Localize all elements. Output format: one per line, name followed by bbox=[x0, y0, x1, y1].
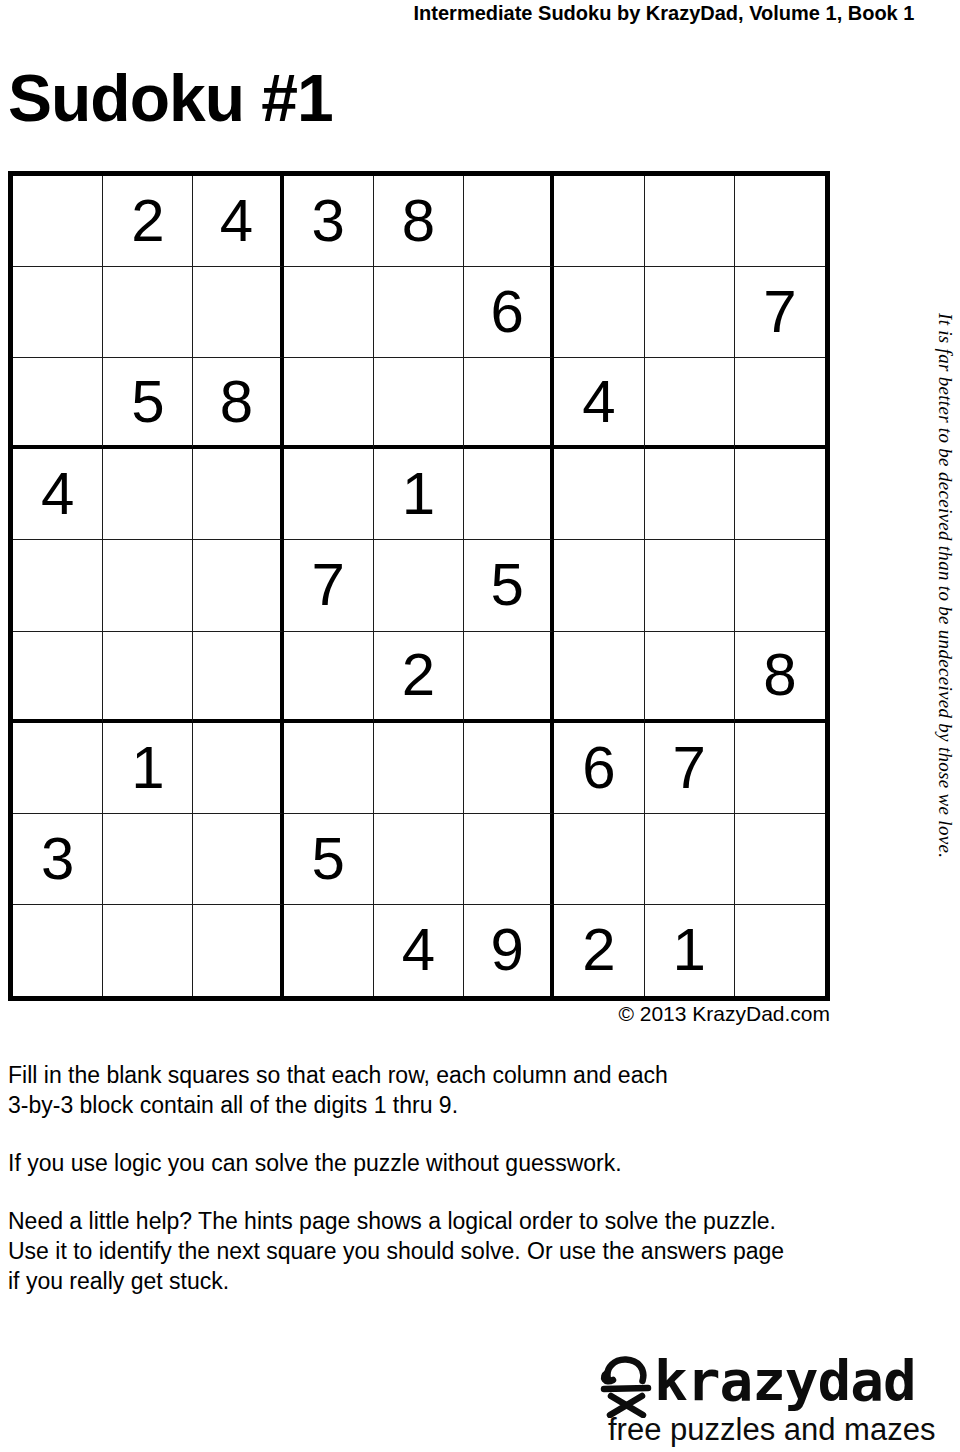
cell-r3c2: 5 bbox=[103, 358, 193, 449]
cell-r5c7[interactable] bbox=[554, 540, 644, 631]
krazydad-logo: krazydad free puzzles and mazes bbox=[598, 1348, 933, 1450]
logo-brand-text: krazydad bbox=[654, 1348, 916, 1414]
instructions-paragraph-logic: If you use logic you can solve the puzzl… bbox=[8, 1148, 908, 1178]
cell-r2c9: 7 bbox=[735, 267, 825, 358]
cell-r7c1[interactable] bbox=[13, 723, 103, 814]
cell-r1c6[interactable] bbox=[464, 176, 554, 267]
cell-r7c4[interactable] bbox=[284, 723, 374, 814]
sudoku-board: 243867584417528167354921 bbox=[8, 171, 830, 1001]
instruction-line: Need a little help? The hints page shows… bbox=[8, 1206, 908, 1236]
cell-r7c9[interactable] bbox=[735, 723, 825, 814]
cell-r3c7: 4 bbox=[554, 358, 644, 449]
cell-r4c3[interactable] bbox=[193, 449, 283, 540]
instructions-paragraph-rules: Fill in the blank squares so that each r… bbox=[8, 1060, 908, 1120]
cell-r6c9: 8 bbox=[735, 632, 825, 723]
cell-r6c6[interactable] bbox=[464, 632, 554, 723]
cell-r7c7: 6 bbox=[554, 723, 644, 814]
cell-r2c6: 6 bbox=[464, 267, 554, 358]
cell-r6c1[interactable] bbox=[13, 632, 103, 723]
cell-r5c3[interactable] bbox=[193, 540, 283, 631]
cell-r7c3[interactable] bbox=[193, 723, 283, 814]
instruction-line: if you really get stuck. bbox=[8, 1266, 908, 1296]
cell-r6c7[interactable] bbox=[554, 632, 644, 723]
cell-r9c8: 1 bbox=[645, 905, 735, 996]
cell-r1c2: 2 bbox=[103, 176, 193, 267]
cell-r2c7[interactable] bbox=[554, 267, 644, 358]
cell-r5c4: 7 bbox=[284, 540, 374, 631]
cell-r3c5[interactable] bbox=[374, 358, 464, 449]
cell-r1c9[interactable] bbox=[735, 176, 825, 267]
cell-r7c2: 1 bbox=[103, 723, 193, 814]
cell-r2c1[interactable] bbox=[13, 267, 103, 358]
cell-r9c7: 2 bbox=[554, 905, 644, 996]
copyright-text: © 2013 KrazyDad.com bbox=[8, 1002, 830, 1026]
cell-r5c5[interactable] bbox=[374, 540, 464, 631]
instructions-paragraph-help: Need a little help? The hints page shows… bbox=[8, 1206, 908, 1296]
cell-r1c7[interactable] bbox=[554, 176, 644, 267]
cell-r8c9[interactable] bbox=[735, 814, 825, 905]
quote-text: It is far better to be deceived than to … bbox=[930, 171, 956, 1001]
cell-r4c6[interactable] bbox=[464, 449, 554, 540]
cell-r9c1[interactable] bbox=[13, 905, 103, 996]
cell-r8c4: 5 bbox=[284, 814, 374, 905]
cell-r8c3[interactable] bbox=[193, 814, 283, 905]
cell-r9c4[interactable] bbox=[284, 905, 374, 996]
cell-r4c9[interactable] bbox=[735, 449, 825, 540]
cell-r8c5[interactable] bbox=[374, 814, 464, 905]
cell-r3c9[interactable] bbox=[735, 358, 825, 449]
cell-r4c5: 1 bbox=[374, 449, 464, 540]
cell-r9c3[interactable] bbox=[193, 905, 283, 996]
cell-r1c5: 8 bbox=[374, 176, 464, 267]
cell-r5c8[interactable] bbox=[645, 540, 735, 631]
cell-r6c2[interactable] bbox=[103, 632, 193, 723]
instructions: Fill in the blank squares so that each r… bbox=[8, 1060, 908, 1296]
cell-r3c8[interactable] bbox=[645, 358, 735, 449]
cell-r4c7[interactable] bbox=[554, 449, 644, 540]
edition-title: Intermediate Sudoku by KrazyDad, Volume … bbox=[400, 2, 928, 25]
cell-r9c9[interactable] bbox=[735, 905, 825, 996]
cell-r9c2[interactable] bbox=[103, 905, 193, 996]
cell-r6c4[interactable] bbox=[284, 632, 374, 723]
instruction-line: 3-by-3 block contain all of the digits 1… bbox=[8, 1090, 908, 1120]
cell-r3c3: 8 bbox=[193, 358, 283, 449]
cell-r2c5[interactable] bbox=[374, 267, 464, 358]
cell-r6c5: 2 bbox=[374, 632, 464, 723]
page-title: Sudoku #1 bbox=[8, 60, 333, 136]
cell-r8c1: 3 bbox=[13, 814, 103, 905]
cell-r2c4[interactable] bbox=[284, 267, 374, 358]
person-doodle-icon bbox=[598, 1356, 654, 1418]
cell-r5c2[interactable] bbox=[103, 540, 193, 631]
cell-r1c1[interactable] bbox=[13, 176, 103, 267]
cell-r9c6: 9 bbox=[464, 905, 554, 996]
cell-r5c9[interactable] bbox=[735, 540, 825, 631]
instruction-line: Fill in the blank squares so that each r… bbox=[8, 1060, 908, 1090]
cell-r8c8[interactable] bbox=[645, 814, 735, 905]
cell-r1c8[interactable] bbox=[645, 176, 735, 267]
cell-r3c4[interactable] bbox=[284, 358, 374, 449]
cell-r1c3: 4 bbox=[193, 176, 283, 267]
cell-r3c1[interactable] bbox=[13, 358, 103, 449]
instruction-line: If you use logic you can solve the puzzl… bbox=[8, 1148, 908, 1178]
cell-r9c5: 4 bbox=[374, 905, 464, 996]
cell-r6c3[interactable] bbox=[193, 632, 283, 723]
cell-r8c7[interactable] bbox=[554, 814, 644, 905]
cell-r7c8: 7 bbox=[645, 723, 735, 814]
page: Intermediate Sudoku by KrazyDad, Volume … bbox=[0, 0, 960, 1452]
instruction-line: Use it to identify the next square you s… bbox=[8, 1236, 908, 1266]
cell-r4c1: 4 bbox=[13, 449, 103, 540]
cell-r3c6[interactable] bbox=[464, 358, 554, 449]
cell-r7c5[interactable] bbox=[374, 723, 464, 814]
cell-r5c6: 5 bbox=[464, 540, 554, 631]
cell-r4c2[interactable] bbox=[103, 449, 193, 540]
cell-r4c8[interactable] bbox=[645, 449, 735, 540]
logo-tagline: free puzzles and mazes bbox=[608, 1412, 930, 1448]
cell-r8c2[interactable] bbox=[103, 814, 193, 905]
cell-r2c3[interactable] bbox=[193, 267, 283, 358]
cell-r4c4[interactable] bbox=[284, 449, 374, 540]
cell-r8c6[interactable] bbox=[464, 814, 554, 905]
cell-r1c4: 3 bbox=[284, 176, 374, 267]
cell-r2c2[interactable] bbox=[103, 267, 193, 358]
cell-r2c8[interactable] bbox=[645, 267, 735, 358]
cell-r6c8[interactable] bbox=[645, 632, 735, 723]
cell-r5c1[interactable] bbox=[13, 540, 103, 631]
cell-r7c6[interactable] bbox=[464, 723, 554, 814]
